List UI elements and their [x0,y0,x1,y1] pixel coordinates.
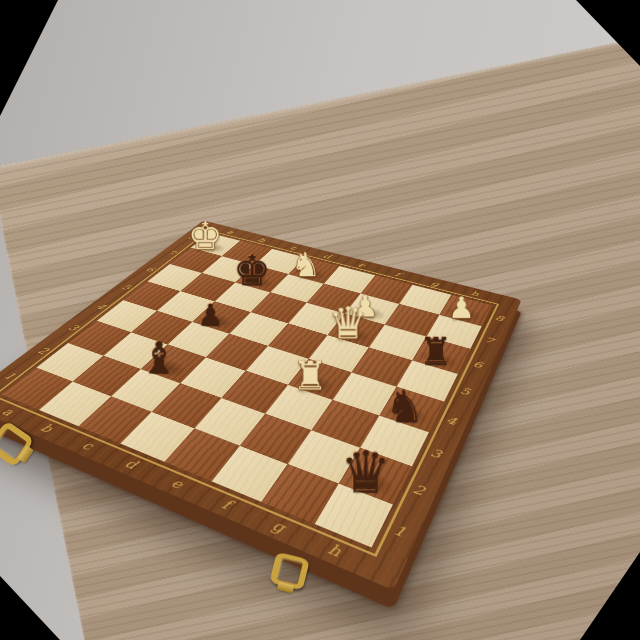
dark-rook-piece[interactable]: ♜ [418,333,452,371]
rank-label-right-4: 4 [440,413,463,429]
board-grid[interactable]: ♚♞♟♚♟♛♜♟♜♞♝♛ [2,233,492,548]
rank-label-right-1: 1 [386,520,414,543]
dark-king-piece[interactable]: ♚ [233,249,271,291]
square-h8[interactable]: ♟ [440,295,493,326]
white-king-piece[interactable]: ♚ [187,216,222,255]
dark-bishop-piece[interactable]: ♝ [139,336,178,380]
dark-knight-piece[interactable]: ♞ [384,384,424,428]
rank-label-right-7: 7 [479,334,498,346]
chess-board-wrap: ♚♞♟♚♟♛♜♟♜♞♝♛ aa88bb77cc66dd55ee44ff33gg2… [62,140,474,552]
dark-pawn-piece[interactable]: ♟ [197,300,224,330]
rank-label-right-3: 3 [424,444,448,462]
square-c5[interactable]: ♟ [192,301,250,333]
rank-label-right-5: 5 [455,384,477,399]
white-knight-piece[interactable]: ♞ [291,248,321,281]
white-pawn-piece[interactable]: ♟ [448,293,475,323]
photo-frame: ♚♞♟♚♟♛♜♟♜♞♝♛ aa88bb77cc66dd55ee44ff33gg2… [0,0,640,640]
dark-queen-piece[interactable]: ♛ [340,443,391,500]
square-h6[interactable]: ♜ [412,337,470,374]
rank-label-right-2: 2 [406,480,432,500]
rank-label-right-6: 6 [468,358,488,371]
white-queen-piece[interactable]: ♛ [328,301,367,345]
white-rook-piece[interactable]: ♜ [292,356,327,395]
rank-label-right-8: 8 [490,313,509,324]
